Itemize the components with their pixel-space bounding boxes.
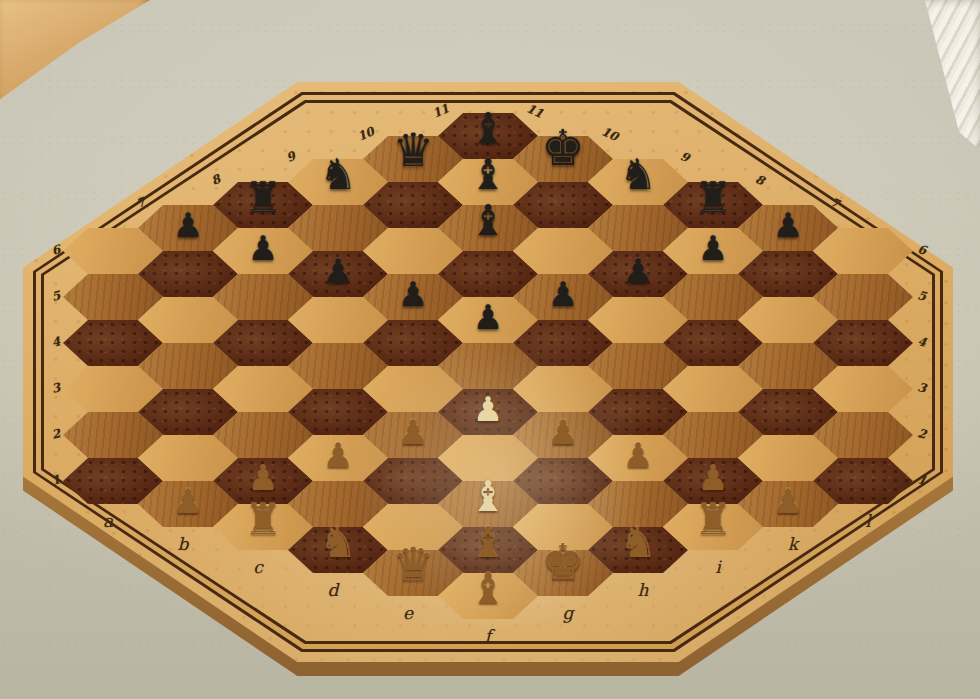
piece-black-pawn-c7[interactable]: ♟ [227, 231, 299, 265]
piece-white-rook-c1[interactable]: ♜ [227, 499, 299, 541]
piece-black-queen-e10[interactable]: ♛ [377, 127, 449, 173]
piece-white-pawn-f5[interactable]: ♟ [452, 392, 524, 426]
piece-white-knight-h1[interactable]: ♞ [602, 522, 674, 564]
piece-white-king-g1[interactable]: ♚ [527, 538, 599, 587]
file-label-a: a [97, 511, 119, 531]
file-label-f: f [477, 626, 499, 646]
piece-white-pawn-k1[interactable]: ♟ [752, 484, 824, 518]
rank-label-left-3: 3 [46, 379, 67, 397]
rank-label-upper-right-7: 7 [824, 193, 846, 213]
piece-white-rook-i1[interactable]: ♜ [677, 499, 749, 541]
rank-label-upper-left-9: 9 [280, 147, 302, 167]
piece-white-pawn-c2[interactable]: ♟ [227, 461, 299, 495]
rank-label-upper-left-11: 11 [430, 101, 452, 121]
piece-black-pawn-i7[interactable]: ♟ [677, 231, 749, 265]
piece-black-pawn-k7[interactable]: ♟ [752, 208, 824, 242]
rank-label-upper-right-10: 10 [599, 124, 621, 144]
file-label-l: l [857, 511, 879, 531]
rank-label-upper-left-8: 8 [205, 170, 227, 190]
file-label-i: i [707, 557, 729, 577]
piece-black-bishop-f11[interactable]: ♝ [452, 108, 524, 150]
piece-white-pawn-h3[interactable]: ♟ [602, 438, 674, 472]
file-label-d: d [322, 580, 344, 600]
rank-label-upper-right-9: 9 [674, 147, 696, 167]
piece-black-knight-h9[interactable]: ♞ [602, 154, 674, 196]
piece-black-rook-c8[interactable]: ♜ [227, 177, 299, 219]
rank-label-right-3: 3 [912, 379, 933, 397]
piece-white-queen-e1[interactable]: ♛ [377, 541, 449, 587]
piece-white-pawn-d3[interactable]: ♟ [302, 438, 374, 472]
rank-label-right-2: 2 [912, 425, 933, 443]
piece-white-bishop-f3[interactable]: ♝ [452, 476, 524, 518]
piece-black-knight-d9[interactable]: ♞ [302, 154, 374, 196]
hex-chessboard: abcdefghikl12345678910111234567891011♚♛♜… [23, 82, 953, 662]
rank-label-left-5: 5 [46, 287, 67, 305]
rank-label-right-6: 6 [912, 241, 933, 259]
piece-white-pawn-b1[interactable]: ♟ [152, 484, 224, 518]
file-label-e: e [397, 603, 419, 623]
rank-label-left-4: 4 [46, 333, 67, 351]
rank-label-right-5: 5 [912, 287, 933, 305]
piece-white-knight-d1[interactable]: ♞ [302, 522, 374, 564]
piece-white-pawn-i2[interactable]: ♟ [677, 461, 749, 495]
piece-black-pawn-d7[interactable]: ♟ [302, 254, 374, 288]
piece-white-pawn-e4[interactable]: ♟ [377, 415, 449, 449]
rank-label-upper-left-10: 10 [355, 124, 377, 144]
rank-label-upper-right-8: 8 [749, 170, 771, 190]
piece-black-rook-i8[interactable]: ♜ [677, 177, 749, 219]
rank-label-upper-left-7: 7 [130, 193, 152, 213]
rank-label-upper-right-11: 11 [524, 101, 546, 121]
rank-label-right-1: 1 [912, 471, 933, 489]
file-label-k: k [782, 534, 804, 554]
rank-label-right-4: 4 [912, 333, 933, 351]
room-scene: abcdefghikl12345678910111234567891011♚♛♜… [0, 0, 980, 699]
rank-label-left-2: 2 [46, 425, 67, 443]
piece-black-pawn-h7[interactable]: ♟ [602, 254, 674, 288]
rank-label-left-1: 1 [46, 471, 67, 489]
file-label-g: g [557, 603, 579, 623]
piece-black-pawn-b7[interactable]: ♟ [152, 208, 224, 242]
piece-white-pawn-g4[interactable]: ♟ [527, 415, 599, 449]
rank-label-left-6: 6 [46, 241, 67, 259]
piece-black-bishop-f9[interactable]: ♝ [452, 200, 524, 242]
file-label-c: c [247, 557, 269, 577]
piece-black-pawn-f7[interactable]: ♟ [452, 300, 524, 334]
hex-grid: abcdefghikl12345678910111234567891011♚♛♜… [23, 82, 953, 662]
piece-black-king-g10[interactable]: ♚ [527, 124, 599, 173]
piece-black-pawn-g7[interactable]: ♟ [527, 277, 599, 311]
piece-white-bishop-f1[interactable]: ♝ [452, 568, 524, 610]
piece-black-pawn-e7[interactable]: ♟ [377, 277, 449, 311]
file-label-h: h [632, 580, 654, 600]
file-label-b: b [172, 534, 194, 554]
piece-black-bishop-f10[interactable]: ♝ [452, 154, 524, 196]
piece-white-bishop-f2[interactable]: ♝ [452, 522, 524, 564]
